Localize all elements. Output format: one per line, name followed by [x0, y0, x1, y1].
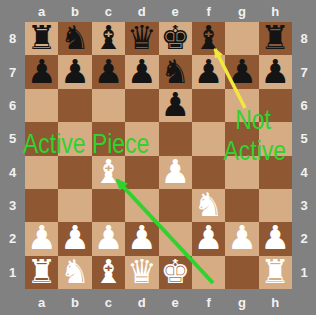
- square-d3[interactable]: [125, 189, 158, 222]
- file-label-h: h: [259, 289, 292, 315]
- black-pawn-piece: ♟: [160, 88, 190, 121]
- square-b3[interactable]: [58, 189, 91, 222]
- black-bishop-piece: ♝: [94, 21, 124, 54]
- rank-label-6: 6: [0, 89, 25, 122]
- black-pawn-piece: ♟: [261, 55, 291, 88]
- square-b1[interactable]: ♞: [58, 256, 91, 289]
- not-active-line1: Not: [223, 104, 282, 135]
- rank-label-5: 5: [292, 122, 316, 155]
- active-piece-label: Active Piece: [23, 129, 149, 159]
- square-h3[interactable]: [259, 189, 292, 222]
- square-a7[interactable]: ♟: [25, 55, 58, 88]
- square-d7[interactable]: ♟: [125, 55, 158, 88]
- black-pawn-piece: ♟: [127, 55, 157, 88]
- square-d1[interactable]: ♛: [125, 256, 158, 289]
- square-g3[interactable]: [225, 189, 258, 222]
- square-h2[interactable]: ♟: [259, 222, 292, 255]
- square-b6[interactable]: [58, 89, 91, 122]
- square-h8[interactable]: ♜: [259, 22, 292, 55]
- square-f6[interactable]: [192, 89, 225, 122]
- square-e5[interactable]: [159, 122, 192, 155]
- white-bishop-piece: ♝: [94, 255, 124, 288]
- rank-label-3: 3: [0, 189, 25, 222]
- square-d4[interactable]: [125, 156, 158, 189]
- rank-label-8: 8: [0, 22, 25, 55]
- file-label-a: a: [25, 289, 58, 315]
- square-b4[interactable]: [58, 156, 91, 189]
- rank-label-7: 7: [0, 55, 25, 88]
- square-d2[interactable]: ♟: [125, 222, 158, 255]
- square-e8[interactable]: ♚: [159, 22, 192, 55]
- white-pawn-piece: ♟: [127, 221, 157, 254]
- rank-label-2: 2: [292, 222, 316, 255]
- file-label-c: c: [92, 289, 125, 315]
- file-label-f: f: [192, 289, 225, 315]
- rank-labels-right: 87654321: [292, 22, 316, 289]
- square-d6[interactable]: [125, 89, 158, 122]
- rank-label-4: 4: [0, 156, 25, 189]
- rank-label-2: 2: [0, 222, 25, 255]
- not-active-line2: Active: [223, 135, 282, 166]
- square-a2[interactable]: ♟: [25, 222, 58, 255]
- square-a3[interactable]: [25, 189, 58, 222]
- white-pawn-piece: ♟: [194, 221, 224, 254]
- rank-label-7: 7: [292, 55, 316, 88]
- white-king-piece: ♚: [160, 255, 190, 288]
- black-pawn-piece: ♟: [194, 55, 224, 88]
- file-label-b: b: [58, 289, 91, 315]
- square-e4[interactable]: ♟: [159, 156, 192, 189]
- square-b8[interactable]: ♞: [58, 22, 91, 55]
- file-label-g: g: [225, 0, 258, 22]
- black-rook-piece: ♜: [261, 21, 291, 54]
- rank-label-5: 5: [0, 122, 25, 155]
- square-c4[interactable]: ♝: [92, 156, 125, 189]
- square-f4[interactable]: [192, 156, 225, 189]
- white-pawn-piece: ♟: [227, 221, 257, 254]
- black-bishop-piece: ♝: [194, 21, 224, 54]
- square-c6[interactable]: [92, 89, 125, 122]
- chess-app-screenshot: abcdefgh 87654321 87654321 abcdefgh ♜♞♝♛…: [0, 0, 316, 315]
- rank-label-3: 3: [292, 189, 316, 222]
- square-g8[interactable]: [225, 22, 258, 55]
- square-f8[interactable]: ♝: [192, 22, 225, 55]
- white-rook-piece: ♜: [261, 255, 291, 288]
- rank-labels-left: 87654321: [0, 22, 25, 289]
- square-b2[interactable]: ♟: [58, 222, 91, 255]
- black-knight-piece: ♞: [160, 55, 190, 88]
- square-f2[interactable]: ♟: [192, 222, 225, 255]
- square-c2[interactable]: ♟: [92, 222, 125, 255]
- square-c1[interactable]: ♝: [92, 256, 125, 289]
- square-h1[interactable]: ♜: [259, 256, 292, 289]
- file-labels-bottom: abcdefgh: [25, 289, 292, 315]
- square-c8[interactable]: ♝: [92, 22, 125, 55]
- rank-label-6: 6: [292, 89, 316, 122]
- white-knight-piece: ♞: [194, 188, 224, 221]
- square-e6[interactable]: ♟: [159, 89, 192, 122]
- square-f3[interactable]: ♞: [192, 189, 225, 222]
- black-rook-piece: ♜: [27, 21, 57, 54]
- black-pawn-piece: ♟: [94, 55, 124, 88]
- square-g1[interactable]: [225, 256, 258, 289]
- white-pawn-piece: ♟: [261, 221, 291, 254]
- white-pawn-piece: ♟: [160, 155, 190, 188]
- square-f7[interactable]: ♟: [192, 55, 225, 88]
- white-rook-piece: ♜: [27, 255, 57, 288]
- square-c7[interactable]: ♟: [92, 55, 125, 88]
- rank-label-8: 8: [292, 22, 316, 55]
- square-g7[interactable]: ♟: [225, 55, 258, 88]
- black-queen-piece: ♛: [127, 21, 157, 54]
- square-h7[interactable]: ♟: [259, 55, 292, 88]
- black-pawn-piece: ♟: [60, 55, 90, 88]
- square-e3[interactable]: [159, 189, 192, 222]
- square-g2[interactable]: ♟: [225, 222, 258, 255]
- white-knight-piece: ♞: [60, 255, 90, 288]
- black-pawn-piece: ♟: [227, 55, 257, 88]
- square-a6[interactable]: [25, 89, 58, 122]
- black-pawn-piece: ♟: [27, 55, 57, 88]
- square-e1[interactable]: ♚: [159, 256, 192, 289]
- rank-label-4: 4: [292, 156, 316, 189]
- white-pawn-piece: ♟: [94, 221, 124, 254]
- square-f1[interactable]: [192, 256, 225, 289]
- square-a1[interactable]: ♜: [25, 256, 58, 289]
- white-bishop-piece: ♝: [94, 155, 124, 188]
- square-f5[interactable]: [192, 122, 225, 155]
- square-b7[interactable]: ♟: [58, 55, 91, 88]
- white-pawn-piece: ♟: [27, 221, 57, 254]
- square-d8[interactable]: ♛: [125, 22, 158, 55]
- black-king-piece: ♚: [160, 21, 190, 54]
- white-queen-piece: ♛: [127, 255, 157, 288]
- square-e2[interactable]: [159, 222, 192, 255]
- file-label-e: e: [159, 289, 192, 315]
- square-a4[interactable]: [25, 156, 58, 189]
- file-label-d: d: [125, 289, 158, 315]
- square-c3[interactable]: [92, 189, 125, 222]
- square-a8[interactable]: ♜: [25, 22, 58, 55]
- file-label-g: g: [225, 289, 258, 315]
- rank-label-1: 1: [292, 256, 316, 289]
- rank-label-1: 1: [0, 256, 25, 289]
- not-active-label: Not Active: [223, 104, 282, 166]
- white-pawn-piece: ♟: [60, 221, 90, 254]
- black-knight-piece: ♞: [60, 21, 90, 54]
- square-e7[interactable]: ♞: [159, 55, 192, 88]
